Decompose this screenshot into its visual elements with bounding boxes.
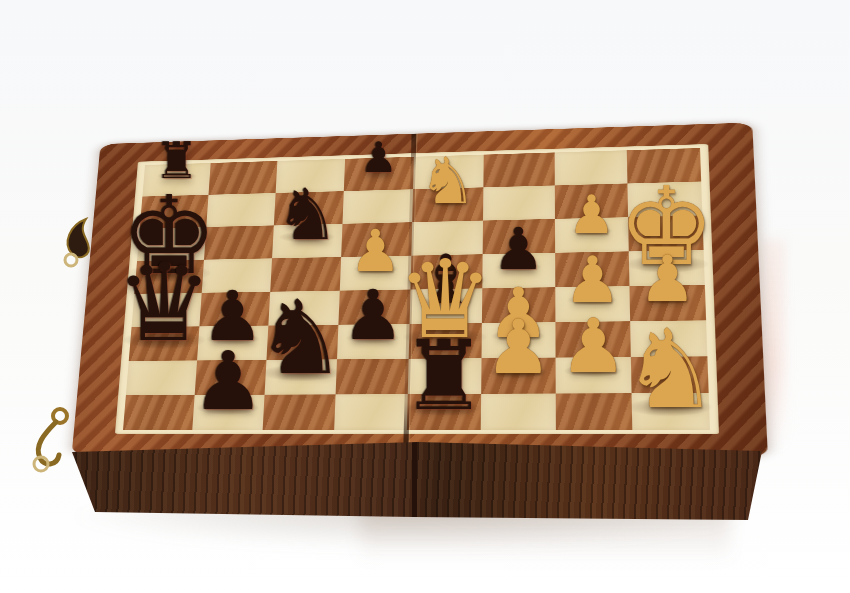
square-d1 — [629, 250, 705, 286]
square-h3 — [481, 394, 556, 430]
square-d2 — [555, 251, 629, 287]
brass-latch-icon — [24, 404, 76, 474]
square-b6 — [274, 191, 344, 225]
square-c7 — [204, 225, 274, 259]
square-b7 — [206, 193, 275, 227]
square-f2 — [555, 321, 630, 357]
square-b2 — [555, 183, 628, 218]
square-b1 — [627, 181, 702, 217]
square-e2 — [555, 286, 630, 322]
square-c1 — [628, 215, 704, 251]
square-h7 — [192, 395, 264, 430]
square-e6 — [268, 291, 339, 326]
square-f1 — [630, 320, 707, 357]
square-a2 — [555, 150, 628, 185]
square-c5 — [341, 222, 412, 257]
square-a1 — [627, 148, 701, 183]
square-e7 — [199, 292, 270, 327]
square-a5 — [344, 157, 414, 191]
square-g1 — [631, 356, 709, 393]
square-h2 — [556, 393, 633, 430]
brass-latch-icon — [56, 216, 102, 268]
square-d7 — [202, 258, 272, 292]
square-a4 — [413, 155, 484, 190]
square-g6 — [265, 359, 337, 394]
square-c3 — [483, 219, 555, 254]
square-f7 — [197, 326, 268, 361]
square-e8 — [132, 293, 202, 327]
square-a3 — [483, 152, 554, 187]
square-c2 — [555, 217, 629, 253]
square-h6 — [263, 394, 336, 430]
square-a6 — [276, 159, 345, 193]
square-b8 — [140, 195, 209, 229]
square-g2 — [556, 357, 632, 394]
chess-board — [123, 148, 710, 430]
square-f4 — [409, 323, 482, 359]
square-f6 — [266, 325, 338, 360]
square-g4 — [408, 358, 482, 394]
square-c8 — [137, 227, 206, 261]
product-photo-scene: ♜♚♛♞♞♟♟♟♟♟♝♜♟♞♛♟♟♟♟♟♚♟♞ — [0, 0, 850, 593]
square-e1 — [629, 285, 706, 321]
square-f5 — [337, 324, 410, 359]
square-c4 — [411, 221, 483, 256]
square-h5 — [334, 394, 408, 430]
box-front-seam — [412, 438, 417, 520]
square-g8 — [126, 360, 197, 395]
square-b4 — [412, 187, 483, 222]
square-d3 — [482, 253, 555, 289]
square-b5 — [342, 189, 413, 224]
square-h8 — [123, 395, 195, 430]
square-f8 — [129, 326, 200, 361]
square-e5 — [338, 290, 410, 325]
square-c6 — [272, 224, 342, 259]
square-e4 — [410, 288, 483, 324]
square-h4 — [407, 394, 481, 430]
square-g5 — [336, 359, 409, 395]
square-g7 — [195, 360, 267, 395]
square-a7 — [208, 161, 277, 195]
square-a8 — [142, 163, 210, 197]
square-d6 — [270, 257, 341, 292]
square-g3 — [481, 358, 556, 394]
square-d4 — [410, 254, 482, 289]
square-d5 — [340, 256, 412, 291]
square-d8 — [134, 260, 204, 294]
square-b3 — [483, 185, 555, 220]
square-f3 — [482, 322, 556, 358]
square-h1 — [632, 393, 710, 430]
board-grid — [123, 148, 710, 430]
square-e3 — [482, 287, 556, 323]
